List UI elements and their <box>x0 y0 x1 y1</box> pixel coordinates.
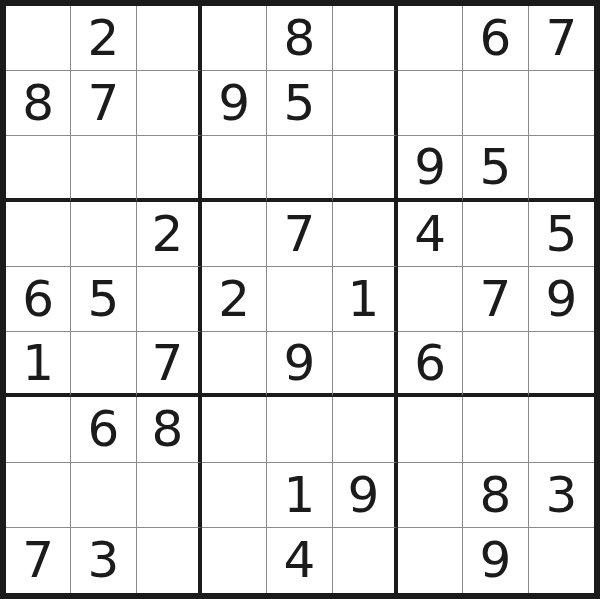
cell-r5c9[interactable]: 9 <box>529 267 594 332</box>
cell-r1c4[interactable] <box>202 6 267 71</box>
cell-r3c8[interactable]: 5 <box>463 136 528 201</box>
cell-r8c8[interactable]: 8 <box>463 463 528 528</box>
cell-r7c8[interactable] <box>463 397 528 462</box>
cell-r6c8[interactable] <box>463 332 528 397</box>
cell-r3c6[interactable] <box>333 136 398 201</box>
cell-r7c4[interactable] <box>202 397 267 462</box>
cell-r3c4[interactable] <box>202 136 267 201</box>
cell-r9c7[interactable] <box>398 528 463 593</box>
cell-r1c9[interactable]: 7 <box>529 6 594 71</box>
cell-r6c9[interactable] <box>529 332 594 397</box>
cell-r4c2[interactable] <box>71 202 136 267</box>
cell-r6c7[interactable]: 6 <box>398 332 463 397</box>
cell-r7c9[interactable] <box>529 397 594 462</box>
cell-r1c2[interactable]: 2 <box>71 6 136 71</box>
cell-r8c2[interactable] <box>71 463 136 528</box>
cell-r6c6[interactable] <box>333 332 398 397</box>
cell-r7c7[interactable] <box>398 397 463 462</box>
cell-r4c7[interactable]: 4 <box>398 202 463 267</box>
cell-r2c6[interactable] <box>333 71 398 136</box>
cell-r1c3[interactable] <box>137 6 202 71</box>
cell-r7c3[interactable]: 8 <box>137 397 202 462</box>
cell-r8c9[interactable]: 3 <box>529 463 594 528</box>
cell-r9c9[interactable] <box>529 528 594 593</box>
cell-r9c1[interactable]: 7 <box>6 528 71 593</box>
cell-r6c1[interactable]: 1 <box>6 332 71 397</box>
cell-r4c8[interactable] <box>463 202 528 267</box>
cell-r5c4[interactable]: 2 <box>202 267 267 332</box>
cell-r5c3[interactable] <box>137 267 202 332</box>
cell-r3c2[interactable] <box>71 136 136 201</box>
cell-r7c1[interactable] <box>6 397 71 462</box>
cell-r5c8[interactable]: 7 <box>463 267 528 332</box>
cell-r2c8[interactable] <box>463 71 528 136</box>
cell-r5c7[interactable] <box>398 267 463 332</box>
cell-r4c5[interactable]: 7 <box>267 202 332 267</box>
cell-r1c1[interactable] <box>6 6 71 71</box>
cell-r2c9[interactable] <box>529 71 594 136</box>
cell-r2c4[interactable]: 9 <box>202 71 267 136</box>
cell-r6c2[interactable] <box>71 332 136 397</box>
cell-r9c6[interactable] <box>333 528 398 593</box>
cell-r8c5[interactable]: 1 <box>267 463 332 528</box>
cell-r1c6[interactable] <box>333 6 398 71</box>
cell-r3c1[interactable] <box>6 136 71 201</box>
cell-r4c1[interactable] <box>6 202 71 267</box>
cell-r5c2[interactable]: 5 <box>71 267 136 332</box>
cell-r1c5[interactable]: 8 <box>267 6 332 71</box>
cell-r8c1[interactable] <box>6 463 71 528</box>
cell-r8c4[interactable] <box>202 463 267 528</box>
cell-r2c5[interactable]: 5 <box>267 71 332 136</box>
cell-r4c3[interactable]: 2 <box>137 202 202 267</box>
cell-r3c3[interactable] <box>137 136 202 201</box>
cell-r6c3[interactable]: 7 <box>137 332 202 397</box>
cell-r3c5[interactable] <box>267 136 332 201</box>
cell-r9c4[interactable] <box>202 528 267 593</box>
cell-r1c8[interactable]: 6 <box>463 6 528 71</box>
cell-r2c7[interactable] <box>398 71 463 136</box>
cell-r5c1[interactable]: 6 <box>6 267 71 332</box>
cell-r2c1[interactable]: 8 <box>6 71 71 136</box>
cell-r9c8[interactable]: 9 <box>463 528 528 593</box>
cell-r4c4[interactable] <box>202 202 267 267</box>
cell-r3c9[interactable] <box>529 136 594 201</box>
cell-r7c5[interactable] <box>267 397 332 462</box>
cell-r9c5[interactable]: 4 <box>267 528 332 593</box>
cell-r5c6[interactable]: 1 <box>333 267 398 332</box>
cell-r6c5[interactable]: 9 <box>267 332 332 397</box>
cell-r7c6[interactable] <box>333 397 398 462</box>
cell-r4c9[interactable]: 5 <box>529 202 594 267</box>
cell-r2c3[interactable] <box>137 71 202 136</box>
cell-r6c4[interactable] <box>202 332 267 397</box>
cell-r8c7[interactable] <box>398 463 463 528</box>
cell-r2c2[interactable]: 7 <box>71 71 136 136</box>
sudoku-board: 2867879595274565217917966819837349 <box>0 0 600 599</box>
cell-r7c2[interactable]: 6 <box>71 397 136 462</box>
cell-r8c6[interactable]: 9 <box>333 463 398 528</box>
cell-r9c3[interactable] <box>137 528 202 593</box>
cell-r3c7[interactable]: 9 <box>398 136 463 201</box>
cell-r9c2[interactable]: 3 <box>71 528 136 593</box>
cell-r8c3[interactable] <box>137 463 202 528</box>
cell-r1c7[interactable] <box>398 6 463 71</box>
cell-r4c6[interactable] <box>333 202 398 267</box>
cell-r5c5[interactable] <box>267 267 332 332</box>
